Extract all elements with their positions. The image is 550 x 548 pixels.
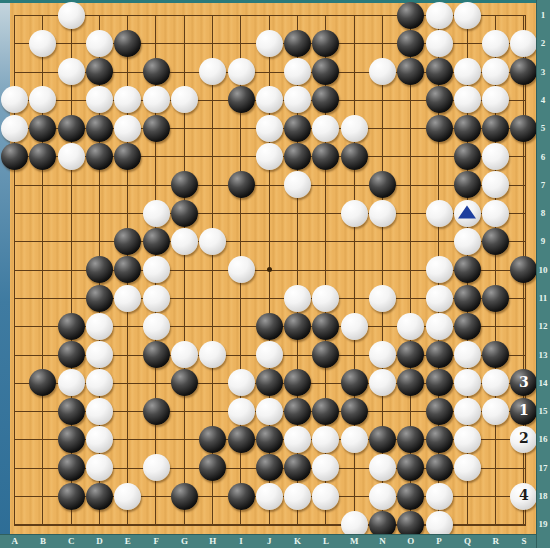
intersection-N5[interactable] <box>368 114 396 142</box>
intersection-K2[interactable] <box>283 29 311 57</box>
intersection-K5[interactable] <box>283 114 311 142</box>
intersection-M18[interactable] <box>340 482 368 510</box>
intersection-G1[interactable] <box>170 1 198 29</box>
intersection-E4[interactable] <box>114 86 142 114</box>
intersection-B2[interactable] <box>29 29 57 57</box>
intersection-C6[interactable] <box>57 142 85 170</box>
intersection-J14[interactable] <box>255 369 283 397</box>
intersection-L13[interactable] <box>312 340 340 368</box>
intersection-A9[interactable] <box>1 227 29 255</box>
intersection-F3[interactable] <box>142 57 170 85</box>
intersection-L8[interactable] <box>312 199 340 227</box>
intersection-J6[interactable] <box>255 142 283 170</box>
intersection-F4[interactable] <box>142 86 170 114</box>
intersection-K11[interactable] <box>283 284 311 312</box>
intersection-S6[interactable] <box>510 142 538 170</box>
intersection-E10[interactable] <box>114 256 142 284</box>
intersection-O17[interactable] <box>397 454 425 482</box>
intersection-G14[interactable] <box>170 369 198 397</box>
intersection-E5[interactable] <box>114 114 142 142</box>
intersection-O18[interactable] <box>397 482 425 510</box>
intersection-A3[interactable] <box>1 57 29 85</box>
intersection-B4[interactable] <box>29 86 57 114</box>
intersection-P12[interactable] <box>425 312 453 340</box>
intersection-S8[interactable] <box>510 199 538 227</box>
intersection-C4[interactable] <box>57 86 85 114</box>
intersection-O14[interactable] <box>397 369 425 397</box>
intersection-O5[interactable] <box>397 114 425 142</box>
intersection-N9[interactable] <box>368 227 396 255</box>
intersection-Q16[interactable] <box>453 425 481 453</box>
intersection-I10[interactable] <box>227 256 255 284</box>
intersection-J11[interactable] <box>255 284 283 312</box>
intersection-C5[interactable] <box>57 114 85 142</box>
intersection-Q10[interactable] <box>453 256 481 284</box>
intersection-K12[interactable] <box>283 312 311 340</box>
intersection-F7[interactable] <box>142 171 170 199</box>
intersection-C2[interactable] <box>57 29 85 57</box>
intersection-C11[interactable] <box>57 284 85 312</box>
intersection-H2[interactable] <box>199 29 227 57</box>
intersection-R9[interactable] <box>482 227 510 255</box>
intersection-N14[interactable] <box>368 369 396 397</box>
intersection-O15[interactable] <box>397 397 425 425</box>
intersection-O8[interactable] <box>397 199 425 227</box>
intersection-L9[interactable] <box>312 227 340 255</box>
intersection-H14[interactable] <box>199 369 227 397</box>
intersection-F12[interactable] <box>142 312 170 340</box>
intersection-I12[interactable] <box>227 312 255 340</box>
intersection-G8[interactable] <box>170 199 198 227</box>
intersection-C8[interactable] <box>57 199 85 227</box>
intersection-J9[interactable] <box>255 227 283 255</box>
intersection-E18[interactable] <box>114 482 142 510</box>
intersection-K6[interactable] <box>283 142 311 170</box>
intersection-E15[interactable] <box>114 397 142 425</box>
intersection-G3[interactable] <box>170 57 198 85</box>
intersection-S1[interactable] <box>510 1 538 29</box>
intersection-A12[interactable] <box>1 312 29 340</box>
intersection-L18[interactable] <box>312 482 340 510</box>
intersection-D9[interactable] <box>85 227 113 255</box>
intersection-F9[interactable] <box>142 227 170 255</box>
intersection-O9[interactable] <box>397 227 425 255</box>
intersection-I8[interactable] <box>227 199 255 227</box>
intersection-H6[interactable] <box>199 142 227 170</box>
intersection-N8[interactable] <box>368 199 396 227</box>
intersection-A14[interactable] <box>1 369 29 397</box>
intersection-L16[interactable] <box>312 425 340 453</box>
intersection-L1[interactable] <box>312 1 340 29</box>
intersection-R15[interactable] <box>482 397 510 425</box>
intersection-O16[interactable] <box>397 425 425 453</box>
intersection-R11[interactable] <box>482 284 510 312</box>
intersection-I11[interactable] <box>227 284 255 312</box>
intersection-Q7[interactable] <box>453 171 481 199</box>
intersection-G9[interactable] <box>170 227 198 255</box>
intersection-R17[interactable] <box>482 454 510 482</box>
intersection-G6[interactable] <box>170 142 198 170</box>
intersection-D1[interactable] <box>85 1 113 29</box>
intersection-S13[interactable] <box>510 340 538 368</box>
intersection-G11[interactable] <box>170 284 198 312</box>
intersection-K8[interactable] <box>283 199 311 227</box>
intersection-F8[interactable] <box>142 199 170 227</box>
intersection-N13[interactable] <box>368 340 396 368</box>
intersection-D14[interactable] <box>85 369 113 397</box>
intersection-Q8[interactable] <box>453 199 481 227</box>
intersection-F18[interactable] <box>142 482 170 510</box>
intersection-N10[interactable] <box>368 256 396 284</box>
intersection-C12[interactable] <box>57 312 85 340</box>
intersection-A4[interactable] <box>1 86 29 114</box>
intersection-I17[interactable] <box>227 454 255 482</box>
intersection-E8[interactable] <box>114 199 142 227</box>
intersection-G13[interactable] <box>170 340 198 368</box>
intersection-I5[interactable] <box>227 114 255 142</box>
intersection-J1[interactable] <box>255 1 283 29</box>
intersection-R18[interactable] <box>482 482 510 510</box>
intersection-B11[interactable] <box>29 284 57 312</box>
intersection-G18[interactable] <box>170 482 198 510</box>
intersection-D7[interactable] <box>85 171 113 199</box>
intersection-R8[interactable] <box>482 199 510 227</box>
intersection-L4[interactable] <box>312 86 340 114</box>
intersection-P13[interactable] <box>425 340 453 368</box>
intersection-R10[interactable] <box>482 256 510 284</box>
intersection-J15[interactable] <box>255 397 283 425</box>
intersection-Q12[interactable] <box>453 312 481 340</box>
intersection-Q6[interactable] <box>453 142 481 170</box>
intersection-R4[interactable] <box>482 86 510 114</box>
intersection-J7[interactable] <box>255 171 283 199</box>
intersection-P14[interactable] <box>425 369 453 397</box>
intersection-L10[interactable] <box>312 256 340 284</box>
intersection-G5[interactable] <box>170 114 198 142</box>
intersection-M14[interactable] <box>340 369 368 397</box>
intersection-D10[interactable] <box>85 256 113 284</box>
intersection-G17[interactable] <box>170 454 198 482</box>
intersection-D5[interactable] <box>85 114 113 142</box>
intersection-Q2[interactable] <box>453 29 481 57</box>
intersection-B13[interactable] <box>29 340 57 368</box>
intersection-P7[interactable] <box>425 171 453 199</box>
intersection-I3[interactable] <box>227 57 255 85</box>
intersection-M1[interactable] <box>340 1 368 29</box>
intersection-I18[interactable] <box>227 482 255 510</box>
intersection-D6[interactable] <box>85 142 113 170</box>
intersection-F15[interactable] <box>142 397 170 425</box>
intersection-C7[interactable] <box>57 171 85 199</box>
intersection-R7[interactable] <box>482 171 510 199</box>
intersection-L17[interactable] <box>312 454 340 482</box>
intersection-P4[interactable] <box>425 86 453 114</box>
intersection-S17[interactable] <box>510 454 538 482</box>
intersection-K1[interactable] <box>283 1 311 29</box>
intersection-L5[interactable] <box>312 114 340 142</box>
intersection-J10[interactable] <box>255 256 283 284</box>
intersection-S2[interactable] <box>510 29 538 57</box>
intersection-B6[interactable] <box>29 142 57 170</box>
intersection-D18[interactable] <box>85 482 113 510</box>
intersection-P2[interactable] <box>425 29 453 57</box>
intersection-M11[interactable] <box>340 284 368 312</box>
intersection-O6[interactable] <box>397 142 425 170</box>
intersection-F14[interactable] <box>142 369 170 397</box>
intersection-K9[interactable] <box>283 227 311 255</box>
intersection-B8[interactable] <box>29 199 57 227</box>
intersection-O1[interactable] <box>397 1 425 29</box>
intersection-E1[interactable] <box>114 1 142 29</box>
intersection-Q3[interactable] <box>453 57 481 85</box>
intersection-N15[interactable] <box>368 397 396 425</box>
intersection-B7[interactable] <box>29 171 57 199</box>
intersection-B10[interactable] <box>29 256 57 284</box>
intersection-Q17[interactable] <box>453 454 481 482</box>
intersection-F5[interactable] <box>142 114 170 142</box>
intersection-C18[interactable] <box>57 482 85 510</box>
intersection-J4[interactable] <box>255 86 283 114</box>
intersection-I9[interactable] <box>227 227 255 255</box>
intersection-K7[interactable] <box>283 171 311 199</box>
intersection-J5[interactable] <box>255 114 283 142</box>
intersection-P15[interactable] <box>425 397 453 425</box>
intersection-I4[interactable] <box>227 86 255 114</box>
intersection-D16[interactable] <box>85 425 113 453</box>
intersection-K3[interactable] <box>283 57 311 85</box>
intersection-J13[interactable] <box>255 340 283 368</box>
intersection-S11[interactable] <box>510 284 538 312</box>
intersection-F13[interactable] <box>142 340 170 368</box>
intersection-B9[interactable] <box>29 227 57 255</box>
intersection-M7[interactable] <box>340 171 368 199</box>
intersection-R5[interactable] <box>482 114 510 142</box>
intersection-M16[interactable] <box>340 425 368 453</box>
intersection-D11[interactable] <box>85 284 113 312</box>
intersection-F10[interactable] <box>142 256 170 284</box>
intersection-C1[interactable] <box>57 1 85 29</box>
intersection-G16[interactable] <box>170 425 198 453</box>
intersection-C13[interactable] <box>57 340 85 368</box>
intersection-Q5[interactable] <box>453 114 481 142</box>
intersection-H11[interactable] <box>199 284 227 312</box>
intersection-E17[interactable] <box>114 454 142 482</box>
intersection-D15[interactable] <box>85 397 113 425</box>
intersection-B18[interactable] <box>29 482 57 510</box>
intersection-M2[interactable] <box>340 29 368 57</box>
intersection-Q18[interactable] <box>453 482 481 510</box>
intersection-M10[interactable] <box>340 256 368 284</box>
intersection-P16[interactable] <box>425 425 453 453</box>
intersection-H16[interactable] <box>199 425 227 453</box>
intersection-H10[interactable] <box>199 256 227 284</box>
intersection-E11[interactable] <box>114 284 142 312</box>
intersection-S3[interactable] <box>510 57 538 85</box>
intersection-P5[interactable] <box>425 114 453 142</box>
intersection-P11[interactable] <box>425 284 453 312</box>
intersection-N11[interactable] <box>368 284 396 312</box>
intersection-Q4[interactable] <box>453 86 481 114</box>
intersection-H12[interactable] <box>199 312 227 340</box>
intersection-P6[interactable] <box>425 142 453 170</box>
intersection-P3[interactable] <box>425 57 453 85</box>
intersection-I2[interactable] <box>227 29 255 57</box>
intersection-R12[interactable] <box>482 312 510 340</box>
intersection-A17[interactable] <box>1 454 29 482</box>
intersection-G2[interactable] <box>170 29 198 57</box>
intersection-K17[interactable] <box>283 454 311 482</box>
intersection-I16[interactable] <box>227 425 255 453</box>
intersection-L3[interactable] <box>312 57 340 85</box>
intersection-I6[interactable] <box>227 142 255 170</box>
intersection-L15[interactable] <box>312 397 340 425</box>
intersection-K18[interactable] <box>283 482 311 510</box>
intersection-E2[interactable] <box>114 29 142 57</box>
intersection-Q9[interactable] <box>453 227 481 255</box>
intersection-M4[interactable] <box>340 86 368 114</box>
intersection-B3[interactable] <box>29 57 57 85</box>
intersection-P18[interactable] <box>425 482 453 510</box>
intersection-B1[interactable] <box>29 1 57 29</box>
intersection-I14[interactable] <box>227 369 255 397</box>
intersection-J16[interactable] <box>255 425 283 453</box>
intersection-H8[interactable] <box>199 199 227 227</box>
intersection-D12[interactable] <box>85 312 113 340</box>
intersection-B16[interactable] <box>29 425 57 453</box>
intersection-Q15[interactable] <box>453 397 481 425</box>
intersection-C9[interactable] <box>57 227 85 255</box>
intersection-N17[interactable] <box>368 454 396 482</box>
intersection-S16[interactable]: 2 <box>510 425 538 453</box>
intersection-P8[interactable] <box>425 199 453 227</box>
intersection-H1[interactable] <box>199 1 227 29</box>
intersection-H13[interactable] <box>199 340 227 368</box>
intersection-O2[interactable] <box>397 29 425 57</box>
intersection-K14[interactable] <box>283 369 311 397</box>
intersection-L6[interactable] <box>312 142 340 170</box>
intersection-J8[interactable] <box>255 199 283 227</box>
intersection-E14[interactable] <box>114 369 142 397</box>
intersection-N7[interactable] <box>368 171 396 199</box>
intersection-F17[interactable] <box>142 454 170 482</box>
intersection-H5[interactable] <box>199 114 227 142</box>
intersection-K16[interactable] <box>283 425 311 453</box>
intersection-E12[interactable] <box>114 312 142 340</box>
intersection-G12[interactable] <box>170 312 198 340</box>
intersection-H15[interactable] <box>199 397 227 425</box>
intersection-R13[interactable] <box>482 340 510 368</box>
intersection-M15[interactable] <box>340 397 368 425</box>
intersection-N16[interactable] <box>368 425 396 453</box>
intersection-H9[interactable] <box>199 227 227 255</box>
intersection-N2[interactable] <box>368 29 396 57</box>
intersection-E6[interactable] <box>114 142 142 170</box>
intersection-H17[interactable] <box>199 454 227 482</box>
intersection-K15[interactable] <box>283 397 311 425</box>
intersection-D13[interactable] <box>85 340 113 368</box>
intersection-L2[interactable] <box>312 29 340 57</box>
intersection-P10[interactable] <box>425 256 453 284</box>
intersection-B12[interactable] <box>29 312 57 340</box>
intersection-H18[interactable] <box>199 482 227 510</box>
intersection-L12[interactable] <box>312 312 340 340</box>
intersection-O10[interactable] <box>397 256 425 284</box>
intersection-N6[interactable] <box>368 142 396 170</box>
intersection-Q1[interactable] <box>453 1 481 29</box>
intersection-O3[interactable] <box>397 57 425 85</box>
intersection-E9[interactable] <box>114 227 142 255</box>
intersection-B17[interactable] <box>29 454 57 482</box>
intersection-B14[interactable] <box>29 369 57 397</box>
intersection-A13[interactable] <box>1 340 29 368</box>
intersection-S12[interactable] <box>510 312 538 340</box>
intersection-F11[interactable] <box>142 284 170 312</box>
intersection-P1[interactable] <box>425 1 453 29</box>
intersection-I15[interactable] <box>227 397 255 425</box>
intersection-A7[interactable] <box>1 171 29 199</box>
intersection-N1[interactable] <box>368 1 396 29</box>
intersection-A10[interactable] <box>1 256 29 284</box>
intersection-H4[interactable] <box>199 86 227 114</box>
intersection-A8[interactable] <box>1 199 29 227</box>
intersection-A6[interactable] <box>1 142 29 170</box>
intersection-M8[interactable] <box>340 199 368 227</box>
intersection-Q11[interactable] <box>453 284 481 312</box>
intersection-S7[interactable] <box>510 171 538 199</box>
intersection-H7[interactable] <box>199 171 227 199</box>
intersection-Q13[interactable] <box>453 340 481 368</box>
intersection-J3[interactable] <box>255 57 283 85</box>
intersection-O4[interactable] <box>397 86 425 114</box>
intersection-E3[interactable] <box>114 57 142 85</box>
intersection-M5[interactable] <box>340 114 368 142</box>
intersection-O7[interactable] <box>397 171 425 199</box>
intersection-N12[interactable] <box>368 312 396 340</box>
intersection-E16[interactable] <box>114 425 142 453</box>
intersection-G7[interactable] <box>170 171 198 199</box>
intersection-S18[interactable]: 4 <box>510 482 538 510</box>
intersection-R14[interactable] <box>482 369 510 397</box>
intersection-I13[interactable] <box>227 340 255 368</box>
intersection-K4[interactable] <box>283 86 311 114</box>
intersection-D3[interactable] <box>85 57 113 85</box>
intersection-S9[interactable] <box>510 227 538 255</box>
intersection-E13[interactable] <box>114 340 142 368</box>
intersection-S14[interactable]: 3 <box>510 369 538 397</box>
intersection-C10[interactable] <box>57 256 85 284</box>
intersection-D17[interactable] <box>85 454 113 482</box>
intersection-G4[interactable] <box>170 86 198 114</box>
intersection-A11[interactable] <box>1 284 29 312</box>
intersection-A1[interactable] <box>1 1 29 29</box>
intersection-L14[interactable] <box>312 369 340 397</box>
intersection-A16[interactable] <box>1 425 29 453</box>
intersection-N3[interactable] <box>368 57 396 85</box>
intersection-F6[interactable] <box>142 142 170 170</box>
intersection-B15[interactable] <box>29 397 57 425</box>
intersection-C14[interactable] <box>57 369 85 397</box>
intersection-P9[interactable] <box>425 227 453 255</box>
intersection-C17[interactable] <box>57 454 85 482</box>
intersection-D4[interactable] <box>85 86 113 114</box>
intersection-S4[interactable] <box>510 86 538 114</box>
intersection-A5[interactable] <box>1 114 29 142</box>
intersection-R3[interactable] <box>482 57 510 85</box>
intersection-M13[interactable] <box>340 340 368 368</box>
intersection-S15[interactable]: 1 <box>510 397 538 425</box>
intersection-R2[interactable] <box>482 29 510 57</box>
intersection-N4[interactable] <box>368 86 396 114</box>
